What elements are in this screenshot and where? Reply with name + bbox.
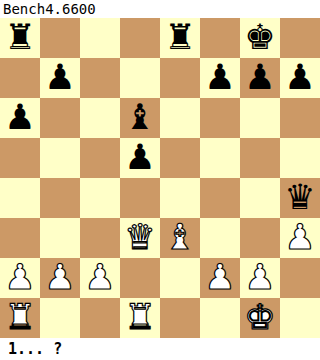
piece-white-pawn[interactable]: ♟ <box>244 257 275 297</box>
square-a8[interactable]: ♜ <box>0 18 40 58</box>
piece-black-pawn[interactable]: ♟ <box>4 97 35 137</box>
piece-white-pawn[interactable]: ♟ <box>84 257 115 297</box>
square-h7[interactable]: ♟ <box>280 58 320 98</box>
piece-white-rook[interactable]: ♜ <box>4 297 35 337</box>
square-d3[interactable]: ♛ <box>120 218 160 258</box>
square-d2[interactable] <box>120 258 160 298</box>
square-g5[interactable] <box>240 138 280 178</box>
chess-app-window: Bench4.6600 ♜♜♚♟♟♟♟♟♝♟♛♛♝♟♟♟♟♟♟♜♜♚ 1... … <box>0 0 320 360</box>
square-e2[interactable] <box>160 258 200 298</box>
piece-black-pawn[interactable]: ♟ <box>124 137 155 177</box>
square-g2[interactable]: ♟ <box>240 258 280 298</box>
square-a2[interactable]: ♟ <box>0 258 40 298</box>
square-f1[interactable] <box>200 298 240 338</box>
piece-black-rook[interactable]: ♜ <box>164 17 195 57</box>
piece-white-pawn[interactable]: ♟ <box>44 257 75 297</box>
square-c8[interactable] <box>80 18 120 58</box>
square-b8[interactable] <box>40 18 80 58</box>
square-b1[interactable] <box>40 298 80 338</box>
square-h1[interactable] <box>280 298 320 338</box>
square-d5[interactable]: ♟ <box>120 138 160 178</box>
square-g1[interactable]: ♚ <box>240 298 280 338</box>
piece-black-king[interactable]: ♚ <box>244 17 275 57</box>
square-f5[interactable] <box>200 138 240 178</box>
square-c2[interactable]: ♟ <box>80 258 120 298</box>
piece-black-bishop[interactable]: ♝ <box>124 97 155 137</box>
square-g6[interactable] <box>240 98 280 138</box>
square-e1[interactable] <box>160 298 200 338</box>
square-b5[interactable] <box>40 138 80 178</box>
piece-white-queen[interactable]: ♛ <box>124 217 155 257</box>
square-f2[interactable]: ♟ <box>200 258 240 298</box>
square-c6[interactable] <box>80 98 120 138</box>
square-f3[interactable] <box>200 218 240 258</box>
chess-board: ♜♜♚♟♟♟♟♟♝♟♛♛♝♟♟♟♟♟♟♜♜♚ <box>0 18 320 338</box>
square-e8[interactable]: ♜ <box>160 18 200 58</box>
square-e4[interactable] <box>160 178 200 218</box>
square-a3[interactable] <box>0 218 40 258</box>
square-c1[interactable] <box>80 298 120 338</box>
square-g8[interactable]: ♚ <box>240 18 280 58</box>
piece-black-pawn[interactable]: ♟ <box>204 57 235 97</box>
square-c7[interactable] <box>80 58 120 98</box>
square-d8[interactable] <box>120 18 160 58</box>
square-c4[interactable] <box>80 178 120 218</box>
square-d6[interactable]: ♝ <box>120 98 160 138</box>
square-h8[interactable] <box>280 18 320 58</box>
window-title: Bench4.6600 <box>0 0 320 18</box>
piece-black-queen[interactable]: ♛ <box>284 177 315 217</box>
piece-black-rook[interactable]: ♜ <box>4 17 35 57</box>
square-a6[interactable]: ♟ <box>0 98 40 138</box>
move-prompt: 1... ? <box>0 338 320 360</box>
square-c3[interactable] <box>80 218 120 258</box>
square-b3[interactable] <box>40 218 80 258</box>
square-b2[interactable]: ♟ <box>40 258 80 298</box>
square-e6[interactable] <box>160 98 200 138</box>
square-e7[interactable] <box>160 58 200 98</box>
square-f4[interactable] <box>200 178 240 218</box>
square-h5[interactable] <box>280 138 320 178</box>
piece-white-pawn[interactable]: ♟ <box>204 257 235 297</box>
piece-white-pawn[interactable]: ♟ <box>4 257 35 297</box>
square-a7[interactable] <box>0 58 40 98</box>
square-d7[interactable] <box>120 58 160 98</box>
square-b6[interactable] <box>40 98 80 138</box>
square-b7[interactable]: ♟ <box>40 58 80 98</box>
square-a4[interactable] <box>0 178 40 218</box>
piece-black-pawn[interactable]: ♟ <box>284 57 315 97</box>
square-h4[interactable]: ♛ <box>280 178 320 218</box>
piece-black-pawn[interactable]: ♟ <box>244 57 275 97</box>
piece-black-pawn[interactable]: ♟ <box>44 57 75 97</box>
square-e5[interactable] <box>160 138 200 178</box>
square-g3[interactable] <box>240 218 280 258</box>
square-d1[interactable]: ♜ <box>120 298 160 338</box>
piece-white-bishop[interactable]: ♝ <box>164 217 195 257</box>
square-f7[interactable]: ♟ <box>200 58 240 98</box>
square-a5[interactable] <box>0 138 40 178</box>
square-c5[interactable] <box>80 138 120 178</box>
square-b4[interactable] <box>40 178 80 218</box>
square-h3[interactable]: ♟ <box>280 218 320 258</box>
square-a1[interactable]: ♜ <box>0 298 40 338</box>
piece-white-pawn[interactable]: ♟ <box>284 217 315 257</box>
square-h6[interactable] <box>280 98 320 138</box>
square-g7[interactable]: ♟ <box>240 58 280 98</box>
square-d4[interactable] <box>120 178 160 218</box>
piece-white-king[interactable]: ♚ <box>244 297 275 337</box>
square-e3[interactable]: ♝ <box>160 218 200 258</box>
square-f8[interactable] <box>200 18 240 58</box>
piece-white-rook[interactable]: ♜ <box>124 297 155 337</box>
square-f6[interactable] <box>200 98 240 138</box>
square-g4[interactable] <box>240 178 280 218</box>
square-h2[interactable] <box>280 258 320 298</box>
